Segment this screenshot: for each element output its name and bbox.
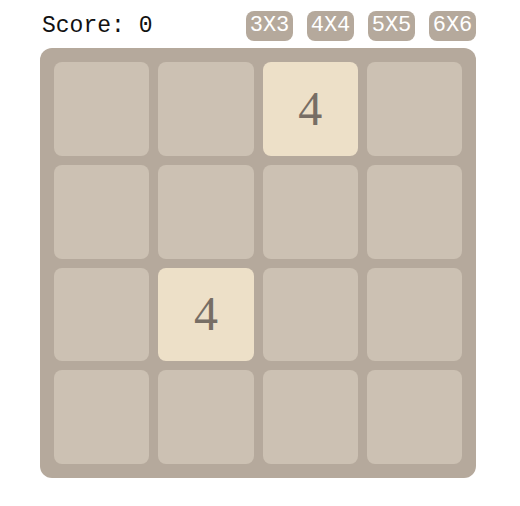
empty-cell-r2c1 (54, 165, 149, 259)
header-bar: Score:0 3X3 4X4 5X5 6X6 (40, 0, 476, 48)
game-app: Score:0 3X3 4X4 5X5 6X6 44 (40, 0, 476, 478)
game-board[interactable]: 44 (40, 48, 476, 478)
grid-size-button-6x6[interactable]: 6X6 (429, 11, 476, 41)
empty-cell-r2c3 (263, 165, 358, 259)
empty-cell-r3c3 (263, 268, 358, 362)
grid-size-button-4x4[interactable]: 4X4 (307, 11, 354, 41)
empty-cell-r2c2 (158, 165, 253, 259)
grid-size-button-5x5[interactable]: 5X5 (368, 11, 415, 41)
score-value: 0 (139, 13, 153, 39)
empty-cell-r4c1 (54, 370, 149, 464)
tile-4-r3c2: 4 (158, 268, 253, 362)
grid-size-button-group: 3X3 4X4 5X5 6X6 (246, 11, 476, 41)
empty-cell-r4c3 (263, 370, 358, 464)
empty-cell-r1c1 (54, 62, 149, 156)
empty-cell-r1c2 (158, 62, 253, 156)
empty-cell-r4c2 (158, 370, 253, 464)
score-display: Score:0 (42, 13, 153, 39)
tile-value: 4 (298, 85, 322, 133)
score-label: Score: (42, 13, 125, 39)
empty-cell-r3c1 (54, 268, 149, 362)
tile-value: 4 (194, 290, 218, 338)
grid-size-button-3x3[interactable]: 3X3 (246, 11, 293, 41)
empty-cell-r2c4 (367, 165, 462, 259)
tile-4-r1c3: 4 (263, 62, 358, 156)
empty-cell-r1c4 (367, 62, 462, 156)
empty-cell-r3c4 (367, 268, 462, 362)
empty-cell-r4c4 (367, 370, 462, 464)
